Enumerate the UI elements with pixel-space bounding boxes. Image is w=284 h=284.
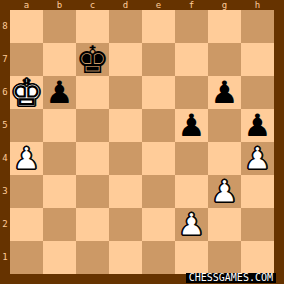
file-label-b: b [43,0,76,10]
file-label-d: d [109,0,142,10]
rank-label-8: 8 [0,10,10,43]
file-label-f: f [175,0,208,10]
file-label-g: g [208,0,241,10]
square-c7[interactable]: ♚ [76,43,109,76]
square-b5[interactable] [43,109,76,142]
square-f7[interactable] [175,43,208,76]
square-c1[interactable] [76,241,109,274]
square-a6[interactable]: ♚ [10,76,43,109]
white-pawn: ♟ [178,209,206,240]
square-d6[interactable] [109,76,142,109]
square-e2[interactable] [142,208,175,241]
black-pawn: ♟ [244,110,272,141]
chess-diagram: abcdefgh 87654321 ♚♚♟♟♟♟♟♟♟♟ CHESSGAMES.… [0,0,284,284]
file-label-c: c [76,0,109,10]
black-pawn: ♟ [178,110,206,141]
square-b3[interactable] [43,175,76,208]
square-a3[interactable] [10,175,43,208]
square-f3[interactable] [175,175,208,208]
square-e1[interactable] [142,241,175,274]
square-b2[interactable] [43,208,76,241]
square-d4[interactable] [109,142,142,175]
square-e8[interactable] [142,10,175,43]
file-label-h: h [241,0,274,10]
square-h2[interactable] [241,208,274,241]
white-pawn: ♟ [211,176,239,207]
chessgames-watermark: CHESSGAMES.COM [186,273,276,283]
square-c3[interactable] [76,175,109,208]
square-e4[interactable] [142,142,175,175]
rank-label-4: 4 [0,142,10,175]
square-b7[interactable] [43,43,76,76]
file-labels: abcdefgh [10,0,274,10]
square-a8[interactable] [10,10,43,43]
square-g2[interactable] [208,208,241,241]
black-king: ♚ [75,41,109,79]
square-h4[interactable]: ♟ [241,142,274,175]
square-h3[interactable] [241,175,274,208]
watermark-text: CHESSGAMES.COM [189,273,273,283]
square-f4[interactable] [175,142,208,175]
square-e6[interactable] [142,76,175,109]
square-f2[interactable]: ♟ [175,208,208,241]
square-h1[interactable] [241,241,274,274]
square-g5[interactable] [208,109,241,142]
square-f6[interactable] [175,76,208,109]
square-e7[interactable] [142,43,175,76]
square-d3[interactable] [109,175,142,208]
rank-label-1: 1 [0,241,10,274]
square-c5[interactable] [76,109,109,142]
square-g1[interactable] [208,241,241,274]
rank-label-2: 2 [0,208,10,241]
square-g3[interactable]: ♟ [208,175,241,208]
square-b1[interactable] [43,241,76,274]
square-a4[interactable]: ♟ [10,142,43,175]
square-d5[interactable] [109,109,142,142]
white-king: ♚ [9,74,43,112]
chess-board: ♚♚♟♟♟♟♟♟♟♟ [10,10,274,274]
square-g8[interactable] [208,10,241,43]
square-f1[interactable] [175,241,208,274]
square-h8[interactable] [241,10,274,43]
square-e5[interactable] [142,109,175,142]
square-a5[interactable] [10,109,43,142]
square-d1[interactable] [109,241,142,274]
square-a2[interactable] [10,208,43,241]
square-a1[interactable] [10,241,43,274]
square-e3[interactable] [142,175,175,208]
square-h7[interactable] [241,43,274,76]
square-d8[interactable] [109,10,142,43]
square-d2[interactable] [109,208,142,241]
square-c6[interactable] [76,76,109,109]
file-label-a: a [10,0,43,10]
square-g6[interactable]: ♟ [208,76,241,109]
square-c4[interactable] [76,142,109,175]
square-g7[interactable] [208,43,241,76]
square-f8[interactable] [175,10,208,43]
white-pawn: ♟ [13,143,41,174]
black-pawn: ♟ [211,77,239,108]
black-pawn: ♟ [46,77,74,108]
file-label-e: e [142,0,175,10]
square-c2[interactable] [76,208,109,241]
white-pawn: ♟ [244,143,272,174]
square-h6[interactable] [241,76,274,109]
square-h5[interactable]: ♟ [241,109,274,142]
rank-label-3: 3 [0,175,10,208]
square-b8[interactable] [43,10,76,43]
square-b6[interactable]: ♟ [43,76,76,109]
square-d7[interactable] [109,43,142,76]
square-f5[interactable]: ♟ [175,109,208,142]
square-b4[interactable] [43,142,76,175]
rank-labels: 87654321 [0,10,10,274]
square-g4[interactable] [208,142,241,175]
